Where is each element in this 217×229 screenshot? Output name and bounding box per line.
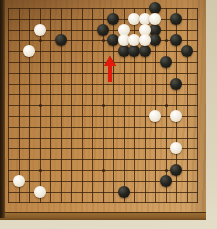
black-stone — [160, 56, 172, 68]
star-point — [102, 39, 105, 42]
white-stone — [170, 110, 182, 122]
white-stone — [34, 186, 46, 198]
black-stone — [149, 34, 161, 46]
black-stone — [170, 164, 182, 176]
arrow-shaft — [108, 65, 112, 82]
star-point — [39, 169, 42, 172]
star-point — [39, 39, 42, 42]
grid-line-horizontal — [8, 202, 198, 203]
black-stone — [181, 45, 193, 57]
black-stone — [55, 34, 67, 46]
grid-line-horizontal — [8, 159, 198, 160]
white-stone — [149, 13, 161, 25]
white-stone — [170, 142, 182, 154]
grid-line-vertical — [187, 8, 188, 203]
star-point — [39, 104, 42, 107]
black-stone — [139, 45, 151, 57]
white-stone — [23, 45, 35, 57]
black-stone — [170, 78, 182, 90]
black-stone — [170, 13, 182, 25]
black-stone — [160, 175, 172, 187]
star-point — [102, 104, 105, 107]
move-arrow — [104, 56, 116, 82]
grid-line-horizontal — [8, 138, 198, 139]
board-front-edge — [0, 212, 206, 220]
black-stone — [170, 34, 182, 46]
black-stone — [97, 24, 109, 36]
star-point — [165, 169, 168, 172]
star-point — [165, 104, 168, 107]
white-stone — [149, 110, 161, 122]
white-stone — [139, 34, 151, 46]
star-point — [102, 169, 105, 172]
go-board[interactable] — [0, 0, 206, 218]
white-stone — [34, 24, 46, 36]
go-board-photo — [0, 0, 217, 229]
board-left-edge — [0, 0, 5, 218]
star-point — [165, 39, 168, 42]
black-stone — [107, 13, 119, 25]
grid-line-horizontal — [8, 127, 198, 128]
black-stone — [118, 186, 130, 198]
white-stone — [13, 175, 25, 187]
goban-grid[interactable] — [8, 8, 197, 203]
grid-line-vertical — [197, 8, 198, 203]
